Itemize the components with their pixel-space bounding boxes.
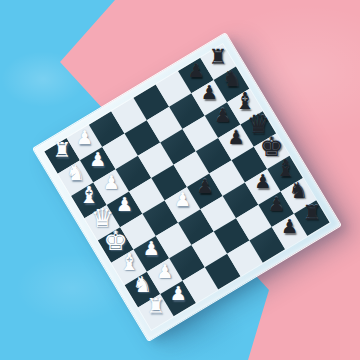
piece-white-rook-a1[interactable]: ♜ (53, 140, 72, 161)
piece-black-pawn-b7[interactable]: ♟ (201, 83, 218, 102)
piece-white-pawn-e4[interactable]: ♟ (174, 190, 191, 209)
piece-black-rook-a8[interactable]: ♜ (209, 47, 228, 68)
piece-white-rook-h1[interactable]: ♜ (146, 296, 165, 317)
piece-white-pawn-b2[interactable]: ♟ (89, 150, 106, 169)
piece-black-pawn-d7[interactable]: ♟ (227, 128, 244, 147)
piece-black-knight-b8[interactable]: ♞ (222, 68, 242, 90)
piece-black-pawn-a7[interactable]: ♟ (187, 61, 204, 80)
piece-white-knight-g1[interactable]: ♞ (133, 274, 153, 296)
piece-white-pawn-d2[interactable]: ♟ (116, 195, 133, 214)
piece-black-rook-h8[interactable]: ♜ (302, 203, 321, 224)
piece-white-pawn-c2[interactable]: ♟ (103, 173, 120, 192)
piece-black-pawn-e5[interactable]: ♟ (196, 177, 213, 196)
piece-white-pawn-g2[interactable]: ♟ (156, 262, 173, 281)
piece-black-pawn-g7[interactable]: ♟ (268, 195, 285, 214)
piece-black-pawn-h7[interactable]: ♟ (281, 217, 298, 236)
piece-black-pawn-f7[interactable]: ♟ (254, 172, 271, 191)
piece-white-bishop-f1[interactable]: ♝ (119, 251, 140, 274)
piece-white-knight-b1[interactable]: ♞ (66, 162, 86, 184)
piece-white-pawn-f2[interactable]: ♟ (143, 239, 160, 258)
piece-black-knight-g8[interactable]: ♞ (289, 180, 309, 202)
piece-white-pawn-h2[interactable]: ♟ (170, 284, 187, 303)
piece-black-bishop-f8[interactable]: ♝ (275, 157, 296, 180)
piece-black-pawn-c7[interactable]: ♟ (214, 106, 231, 125)
photo-scene: ♜♞♝♛♚♝♞♜♟♟♟♟♟♟♟♟♟♟♟♟♟♟♟♟♜♞♝♛♚♝♞♜ (0, 0, 360, 360)
piece-white-pawn-a2[interactable]: ♟ (76, 128, 93, 147)
